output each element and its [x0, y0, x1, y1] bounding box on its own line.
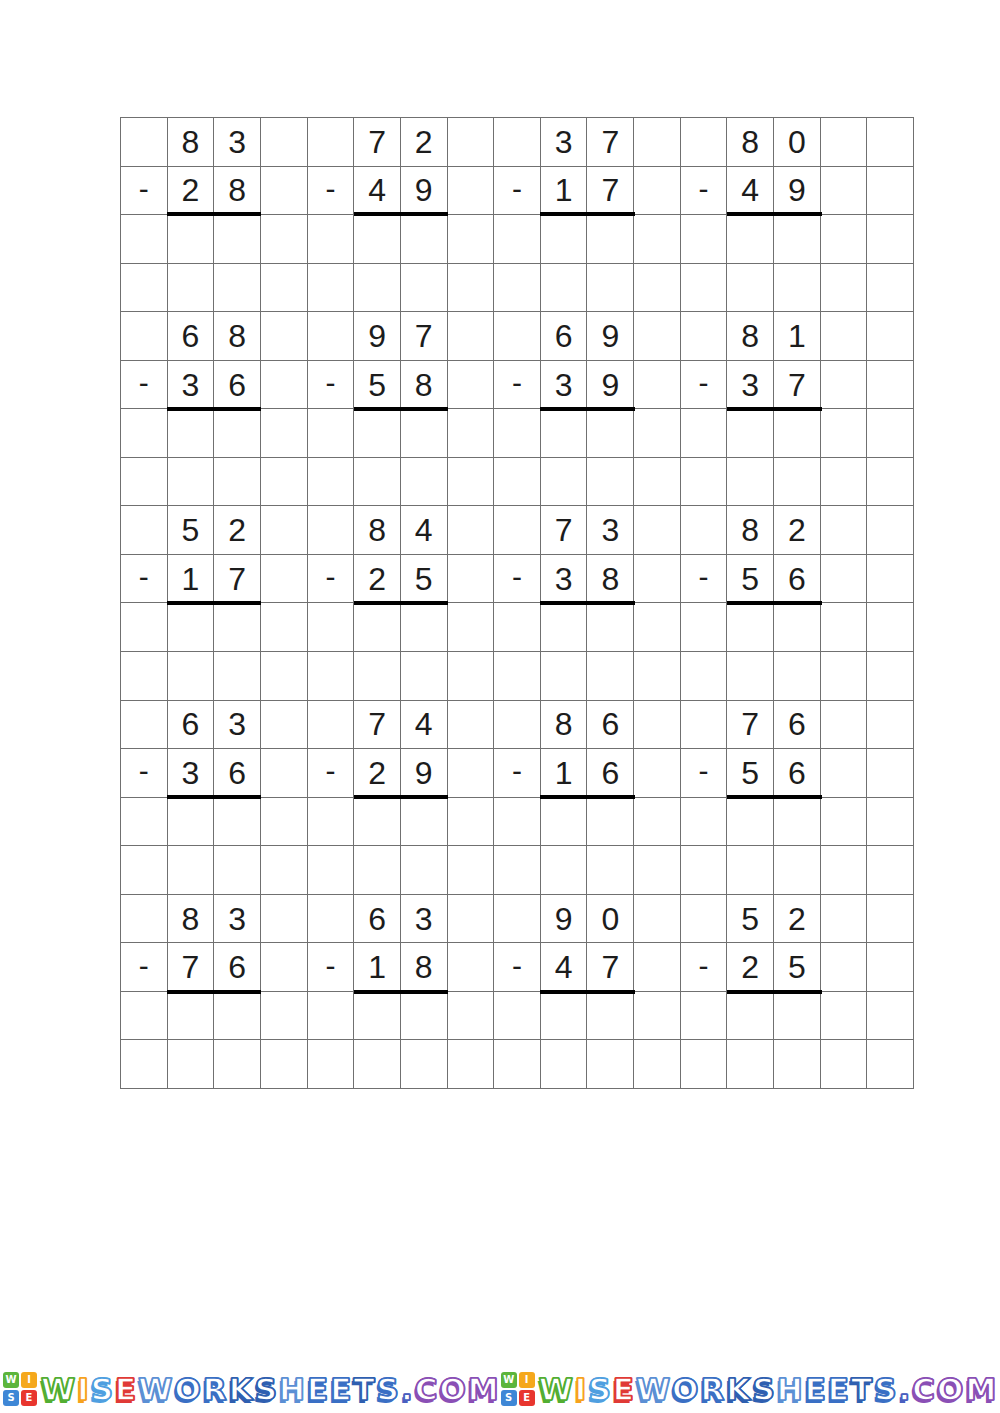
empty-cell [121, 798, 168, 847]
wordmark-letter: O [439, 1374, 465, 1405]
empty-cell [821, 458, 868, 507]
answer-input-cell[interactable] [401, 798, 448, 847]
minus-sign: - [681, 167, 728, 216]
empty-cell [121, 458, 168, 507]
empty-cell [494, 895, 541, 944]
minuend-digit-cell: 9 [587, 312, 634, 361]
subtrahend-digit-cell: 9 [401, 167, 448, 216]
answer-input-cell[interactable] [354, 798, 401, 847]
empty-cell [494, 701, 541, 750]
empty-cell [261, 312, 308, 361]
subtrahend-digit-cell: 7 [587, 943, 634, 992]
empty-cell [308, 895, 355, 944]
subtrahend-digit-cell: 6 [214, 943, 261, 992]
empty-cell [821, 312, 868, 361]
minus-sign: - [308, 943, 355, 992]
minuend-digit-cell: 6 [168, 701, 215, 750]
wordmark-letter: S [91, 1374, 113, 1405]
empty-cell [354, 652, 401, 701]
empty-cell [121, 652, 168, 701]
empty-cell [867, 652, 914, 701]
empty-cell [681, 1040, 728, 1089]
empty-cell [448, 1040, 495, 1089]
answer-input-cell[interactable] [168, 603, 215, 652]
empty-cell [121, 992, 168, 1041]
wiseworksheets-brand: WISEWISEWORKSHEETS.COM [3, 1372, 501, 1406]
empty-cell [821, 846, 868, 895]
wordmark-letter: O [174, 1374, 200, 1405]
empty-cell [261, 895, 308, 944]
empty-cell [121, 1040, 168, 1089]
minus-sign: - [121, 361, 168, 410]
empty-cell [774, 458, 821, 507]
minus-sign: - [494, 167, 541, 216]
empty-cell [494, 652, 541, 701]
empty-cell [448, 506, 495, 555]
empty-cell [541, 458, 588, 507]
answer-input-cell[interactable] [168, 215, 215, 264]
answer-input-cell[interactable] [401, 603, 448, 652]
answer-input-cell[interactable] [214, 215, 261, 264]
minuend-digit-cell: 2 [774, 895, 821, 944]
minuend-digit-cell: 3 [541, 118, 588, 167]
empty-cell [168, 846, 215, 895]
answer-input-cell[interactable] [727, 215, 774, 264]
minuend-digit-cell: 9 [541, 895, 588, 944]
answer-input-cell[interactable] [401, 215, 448, 264]
subtrahend-digit-cell: 6 [587, 749, 634, 798]
subtrahend-digit-cell: 5 [354, 361, 401, 410]
empty-cell [634, 361, 681, 410]
minuend-digit-cell: 5 [168, 506, 215, 555]
empty-cell [587, 652, 634, 701]
empty-cell [634, 458, 681, 507]
empty-cell [261, 555, 308, 604]
answer-input-cell[interactable] [587, 992, 634, 1041]
answer-underline [354, 601, 448, 605]
empty-cell [494, 506, 541, 555]
minuend-digit-cell: 9 [354, 312, 401, 361]
answer-input-cell[interactable] [214, 992, 261, 1041]
empty-cell [681, 215, 728, 264]
wordmark-letter: . [899, 1374, 911, 1405]
minuend-digit-cell: 2 [214, 506, 261, 555]
empty-cell [308, 992, 355, 1041]
minuend-digit-cell: 8 [168, 118, 215, 167]
wiseworksheets-logo: WISE [501, 1372, 535, 1406]
empty-cell [821, 506, 868, 555]
empty-cell [214, 1040, 261, 1089]
minus-sign: - [681, 749, 728, 798]
empty-cell [821, 992, 868, 1041]
answer-underline [540, 212, 634, 216]
wordmark-letter: . [401, 1374, 413, 1405]
empty-cell [681, 458, 728, 507]
answer-underline [540, 990, 634, 994]
answer-underline [727, 601, 821, 605]
empty-cell [168, 458, 215, 507]
logo-square-s: S [501, 1390, 517, 1406]
empty-cell [867, 943, 914, 992]
empty-cell [867, 167, 914, 216]
wordmark-letter: W [539, 1374, 573, 1405]
answer-input-cell[interactable] [587, 603, 634, 652]
subtrahend-digit-cell: 3 [541, 555, 588, 604]
empty-cell [494, 603, 541, 652]
answer-input-cell[interactable] [354, 409, 401, 458]
empty-cell [261, 361, 308, 410]
subtrahend-digit-cell: 6 [214, 749, 261, 798]
minus-sign: - [308, 167, 355, 216]
empty-cell [494, 846, 541, 895]
empty-cell [121, 264, 168, 313]
minuend-digit-cell: 7 [354, 118, 401, 167]
subtrahend-digit-cell: 3 [168, 749, 215, 798]
empty-cell [354, 1040, 401, 1089]
empty-cell [821, 895, 868, 944]
empty-cell [774, 652, 821, 701]
empty-cell [261, 992, 308, 1041]
minus-sign: - [681, 361, 728, 410]
subtrahend-digit-cell: 9 [401, 749, 448, 798]
empty-cell [448, 118, 495, 167]
answer-input-cell[interactable] [401, 992, 448, 1041]
answer-underline [354, 795, 448, 799]
wordmark-letter: H [777, 1374, 803, 1405]
empty-cell [121, 895, 168, 944]
empty-cell [541, 1040, 588, 1089]
empty-cell [448, 701, 495, 750]
empty-cell [448, 409, 495, 458]
answer-input-cell[interactable] [401, 409, 448, 458]
empty-cell [634, 506, 681, 555]
answer-input-cell[interactable] [541, 409, 588, 458]
empty-cell [587, 264, 634, 313]
worksheet-grid: 83723780-28-49-17-4968976981-36-58-39-37… [120, 117, 914, 1089]
minus-sign: - [494, 943, 541, 992]
minuend-digit-cell: 2 [774, 506, 821, 555]
answer-input-cell[interactable] [541, 215, 588, 264]
minuend-digit-cell: 7 [727, 701, 774, 750]
empty-cell [774, 1040, 821, 1089]
wordmark-letter: I [575, 1374, 587, 1405]
subtrahend-digit-cell: 3 [541, 361, 588, 410]
wordmark-letter: O [672, 1374, 698, 1405]
answer-input-cell[interactable] [774, 215, 821, 264]
logo-square-w: W [501, 1372, 517, 1388]
subtrahend-digit-cell: 5 [727, 749, 774, 798]
empty-cell [494, 458, 541, 507]
empty-cell [261, 652, 308, 701]
empty-cell [448, 167, 495, 216]
answer-input-cell[interactable] [541, 798, 588, 847]
subtrahend-digit-cell: 8 [401, 943, 448, 992]
empty-cell [681, 992, 728, 1041]
answer-input-cell[interactable] [587, 409, 634, 458]
empty-cell [541, 846, 588, 895]
minuend-digit-cell: 8 [541, 701, 588, 750]
subtrahend-digit-cell: 5 [401, 555, 448, 604]
answer-input-cell[interactable] [541, 992, 588, 1041]
empty-cell [494, 264, 541, 313]
subtrahend-digit-cell: 8 [401, 361, 448, 410]
empty-cell [774, 264, 821, 313]
answer-input-cell[interactable] [168, 409, 215, 458]
minuend-digit-cell: 8 [214, 312, 261, 361]
empty-cell [634, 652, 681, 701]
empty-cell [121, 701, 168, 750]
empty-cell [401, 264, 448, 313]
subtrahend-digit-cell: 6 [774, 749, 821, 798]
answer-underline [167, 601, 261, 605]
empty-cell [867, 895, 914, 944]
logo-square-i: I [519, 1372, 535, 1388]
wordmark-letter: C [415, 1374, 438, 1405]
empty-cell [261, 749, 308, 798]
answer-input-cell[interactable] [774, 798, 821, 847]
minuend-digit-cell: 3 [587, 506, 634, 555]
empty-cell [168, 264, 215, 313]
answer-input-cell[interactable] [727, 798, 774, 847]
subtrahend-digit-cell: 1 [168, 555, 215, 604]
answer-input-cell[interactable] [214, 603, 261, 652]
answer-input-cell[interactable] [727, 409, 774, 458]
answer-input-cell[interactable] [168, 798, 215, 847]
answer-input-cell[interactable] [214, 409, 261, 458]
empty-cell [308, 652, 355, 701]
empty-cell [634, 943, 681, 992]
minuend-digit-cell: 3 [214, 895, 261, 944]
empty-cell [821, 1040, 868, 1089]
empty-cell [448, 264, 495, 313]
minuend-digit-cell: 5 [727, 895, 774, 944]
empty-cell [214, 846, 261, 895]
empty-cell [214, 264, 261, 313]
answer-input-cell[interactable] [168, 992, 215, 1041]
empty-cell [448, 846, 495, 895]
empty-cell [821, 652, 868, 701]
answer-underline [540, 407, 634, 411]
empty-cell [308, 701, 355, 750]
empty-cell [401, 458, 448, 507]
answer-underline [727, 990, 821, 994]
empty-cell [448, 555, 495, 604]
empty-cell [821, 118, 868, 167]
minuend-digit-cell: 1 [774, 312, 821, 361]
empty-cell [727, 458, 774, 507]
subtrahend-digit-cell: 7 [214, 555, 261, 604]
answer-input-cell[interactable] [354, 992, 401, 1041]
subtrahend-digit-cell: 1 [541, 749, 588, 798]
wordmark-letter: I [77, 1374, 89, 1405]
empty-cell [867, 555, 914, 604]
empty-cell [634, 798, 681, 847]
minuend-digit-cell: 3 [401, 895, 448, 944]
answer-input-cell[interactable] [214, 798, 261, 847]
empty-cell [261, 167, 308, 216]
subtrahend-digit-cell: 2 [727, 943, 774, 992]
empty-cell [634, 895, 681, 944]
empty-cell [401, 1040, 448, 1089]
logo-square-e: E [21, 1390, 37, 1406]
empty-cell [261, 118, 308, 167]
empty-cell [261, 215, 308, 264]
subtrahend-digit-cell: 2 [354, 749, 401, 798]
empty-cell [867, 264, 914, 313]
minuend-digit-cell: 6 [587, 701, 634, 750]
empty-cell [494, 798, 541, 847]
empty-cell [448, 943, 495, 992]
empty-cell [727, 264, 774, 313]
empty-cell [308, 458, 355, 507]
minuend-digit-cell: 8 [168, 895, 215, 944]
wordmark-letter: K [229, 1374, 253, 1405]
minus-sign: - [121, 943, 168, 992]
wordmark-letter: R [700, 1374, 724, 1405]
empty-cell [867, 603, 914, 652]
subtrahend-digit-cell: 1 [354, 943, 401, 992]
minuend-digit-cell: 8 [727, 118, 774, 167]
subtrahend-digit-cell: 5 [727, 555, 774, 604]
empty-cell [867, 1040, 914, 1089]
subtrahend-digit-cell: 7 [168, 943, 215, 992]
wordmark-letter: E [307, 1374, 328, 1405]
minus-sign: - [494, 749, 541, 798]
answer-input-cell[interactable] [354, 215, 401, 264]
minuend-digit-cell: 0 [774, 118, 821, 167]
answer-input-cell[interactable] [774, 409, 821, 458]
empty-cell [587, 458, 634, 507]
empty-cell [681, 264, 728, 313]
minuend-digit-cell: 4 [401, 701, 448, 750]
answer-underline [354, 990, 448, 994]
minus-sign: - [308, 555, 355, 604]
subtrahend-digit-cell: 2 [354, 555, 401, 604]
wiseworksheets-wordmark: WISEWORKSHEETS.COM [539, 1374, 999, 1405]
answer-input-cell[interactable] [774, 992, 821, 1041]
wordmark-letter: K [726, 1374, 750, 1405]
empty-cell [168, 1040, 215, 1089]
empty-cell [867, 215, 914, 264]
minuend-digit-cell: 8 [727, 312, 774, 361]
empty-cell [681, 895, 728, 944]
empty-cell [727, 1040, 774, 1089]
empty-cell [448, 798, 495, 847]
minuend-digit-cell: 7 [354, 701, 401, 750]
answer-input-cell[interactable] [541, 603, 588, 652]
logo-square-e: E [519, 1390, 535, 1406]
empty-cell [821, 409, 868, 458]
empty-cell [168, 652, 215, 701]
answer-underline [540, 601, 634, 605]
empty-cell [261, 798, 308, 847]
minuend-digit-cell: 6 [354, 895, 401, 944]
empty-cell [587, 1040, 634, 1089]
empty-cell [121, 846, 168, 895]
empty-cell [867, 458, 914, 507]
empty-cell [308, 312, 355, 361]
empty-cell [121, 215, 168, 264]
footer-brandbar: WISEWISEWORKSHEETS.COMWISEWISEWORKSHEETS… [0, 1366, 1000, 1412]
empty-cell [634, 749, 681, 798]
answer-underline [167, 990, 261, 994]
empty-cell [867, 118, 914, 167]
empty-cell [681, 798, 728, 847]
answer-input-cell[interactable] [774, 603, 821, 652]
subtrahend-digit-cell: 3 [168, 361, 215, 410]
minuend-digit-cell: 0 [587, 895, 634, 944]
minus-sign: - [681, 943, 728, 992]
empty-cell [448, 652, 495, 701]
wordmark-letter: E [115, 1374, 136, 1405]
empty-cell [867, 992, 914, 1041]
empty-cell [634, 555, 681, 604]
wiseworksheets-logo: WISE [3, 1372, 37, 1406]
minuend-digit-cell: 6 [541, 312, 588, 361]
empty-cell [634, 846, 681, 895]
subtrahend-digit-cell: 8 [214, 167, 261, 216]
answer-input-cell[interactable] [354, 603, 401, 652]
subtrahend-digit-cell: 5 [774, 943, 821, 992]
empty-cell [308, 1040, 355, 1089]
empty-cell [308, 506, 355, 555]
answer-input-cell[interactable] [727, 603, 774, 652]
empty-cell [121, 603, 168, 652]
subtrahend-digit-cell: 6 [774, 555, 821, 604]
empty-cell [494, 118, 541, 167]
logo-square-i: I [21, 1372, 37, 1388]
empty-cell [494, 992, 541, 1041]
empty-cell [821, 603, 868, 652]
empty-cell [494, 215, 541, 264]
empty-cell [634, 312, 681, 361]
wordmark-letter: W [138, 1374, 172, 1405]
empty-cell [867, 701, 914, 750]
empty-cell [681, 603, 728, 652]
empty-cell [261, 943, 308, 992]
empty-cell [308, 215, 355, 264]
minus-sign: - [121, 749, 168, 798]
empty-cell [121, 409, 168, 458]
empty-cell [727, 846, 774, 895]
empty-cell [681, 846, 728, 895]
empty-cell [261, 846, 308, 895]
wordmark-letter: S [752, 1374, 774, 1405]
empty-cell [541, 264, 588, 313]
empty-cell [634, 167, 681, 216]
empty-cell [494, 1040, 541, 1089]
minuend-digit-cell: 8 [354, 506, 401, 555]
answer-input-cell[interactable] [587, 798, 634, 847]
answer-input-cell[interactable] [587, 215, 634, 264]
wordmark-letter: E [330, 1374, 351, 1405]
empty-cell [821, 361, 868, 410]
answer-input-cell[interactable] [727, 992, 774, 1041]
empty-cell [541, 652, 588, 701]
empty-cell [867, 798, 914, 847]
empty-cell [214, 652, 261, 701]
empty-cell [634, 215, 681, 264]
subtrahend-digit-cell: 7 [774, 361, 821, 410]
minus-sign: - [121, 167, 168, 216]
empty-cell [634, 992, 681, 1041]
empty-cell [401, 846, 448, 895]
answer-underline [167, 795, 261, 799]
answer-underline [727, 407, 821, 411]
empty-cell [354, 264, 401, 313]
minuend-digit-cell: 4 [401, 506, 448, 555]
wordmark-letter: E [613, 1374, 634, 1405]
